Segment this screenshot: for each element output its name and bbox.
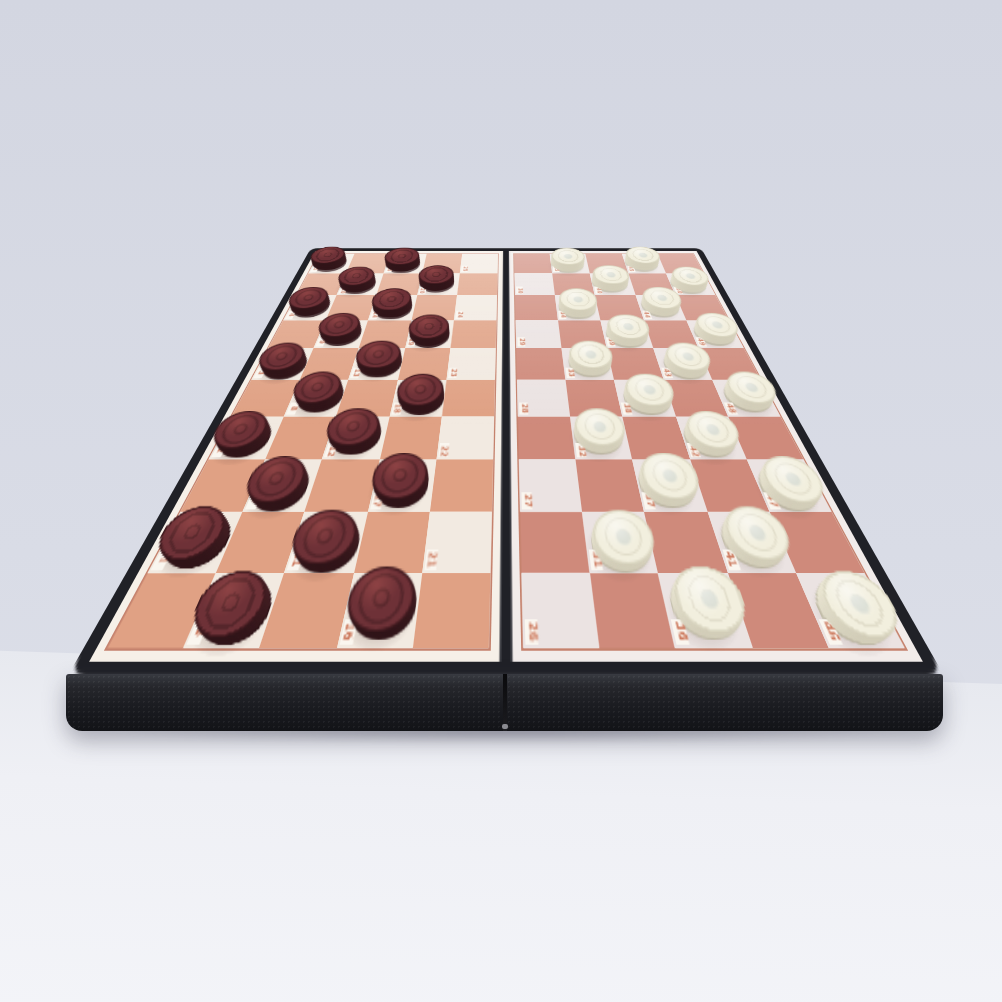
square-21[interactable]: 21 [422,511,492,573]
square-22[interactable]: 22 [436,417,494,460]
square-14[interactable]: 14 [369,295,417,320]
square-nonplaying [430,460,493,511]
square-33[interactable]: 33 [562,348,615,380]
square-13[interactable]: 13 [349,348,405,380]
square-24[interactable]: 24 [454,295,497,320]
square-39[interactable]: 39 [601,320,653,348]
square-number-label: 28 [519,403,528,415]
square-number-label: 23 [448,368,457,379]
square-nonplaying [520,511,590,573]
square-17[interactable]: 17 [367,460,436,511]
case-front-edge [66,674,943,731]
square-35[interactable]: 35 [550,254,590,274]
square-nonplaying [516,348,565,380]
square-number-label: 25 [461,266,468,272]
square-19[interactable]: 19 [405,320,454,348]
square-45[interactable]: 45 [622,254,666,274]
square-12[interactable]: 12 [322,417,389,460]
product-photo-scene: 1234567891011121314151617181920212223242… [0,0,1002,1002]
square-44[interactable]: 44 [635,295,686,320]
square-23[interactable]: 23 [446,348,495,380]
square-nonplaying [412,573,490,648]
white-piece-square-46[interactable] [804,579,901,645]
square-nonplaying [442,380,495,417]
square-38[interactable]: 38 [615,380,676,417]
square-28[interactable]: 28 [517,380,570,417]
square-27[interactable]: 27 [519,460,582,511]
square-32[interactable]: 32 [570,417,632,460]
square-26[interactable]: 26 [522,573,600,648]
square-43[interactable]: 43 [653,348,712,380]
square-nonplaying [457,273,498,295]
square-nonplaying [450,320,496,348]
square-29[interactable]: 29 [516,320,562,348]
dark-piece-square-18[interactable] [395,383,446,415]
square-25[interactable]: 25 [460,254,498,274]
square-number-label: 26 [525,619,539,645]
square-18[interactable]: 18 [389,380,446,417]
hinge-pin [502,724,508,729]
square-number-label: 21 [424,549,438,570]
square-number-label: 22 [438,444,449,459]
square-30[interactable]: 30 [515,273,556,295]
square-20[interactable]: 20 [417,273,460,295]
square-46[interactable]: 46 [796,573,905,648]
square-49[interactable]: 49 [686,320,744,348]
hinge-seam [503,674,507,731]
square-nonplaying [515,295,558,320]
square-number-label: 27 [521,492,532,509]
square-34[interactable]: 34 [555,295,601,320]
dark-piece-square-13[interactable] [355,350,404,378]
square-nonplaying [353,511,429,573]
square-40[interactable]: 40 [590,273,635,295]
square-31[interactable]: 31 [582,511,658,573]
square-9[interactable]: 9 [314,320,369,348]
square-number-label: 24 [455,310,463,318]
square-number-label: 29 [517,337,525,346]
square-number-label: 30 [516,287,523,294]
white-piece-square-42[interactable] [678,421,741,459]
